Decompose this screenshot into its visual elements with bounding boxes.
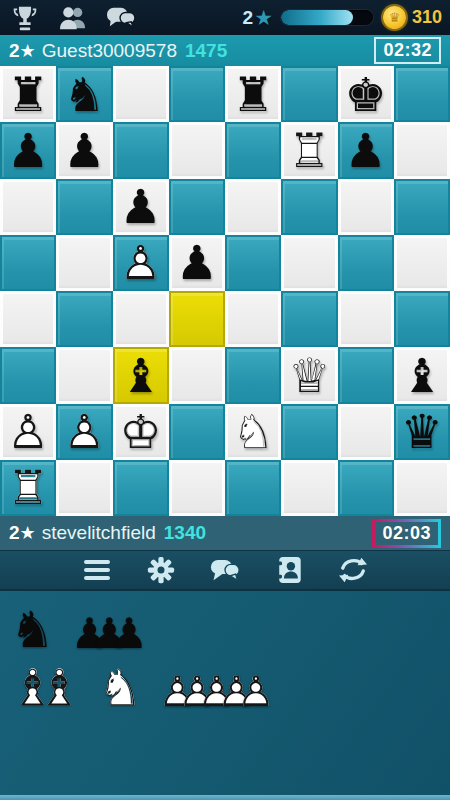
- square-g6[interactable]: [338, 179, 394, 235]
- status-bar: 2 ★ ♛ 310: [0, 0, 450, 35]
- black-queen: ♛: [401, 408, 443, 455]
- black-rook: ♜: [7, 71, 49, 118]
- captured-black-pieces: ♞♟♟♟: [10, 599, 440, 655]
- square-d2[interactable]: [169, 404, 225, 460]
- white-bishop: ♝♗: [37, 663, 82, 713]
- self-rating: 1340: [164, 522, 206, 544]
- black-bishop: ♝: [120, 352, 162, 399]
- square-e4[interactable]: [225, 291, 281, 347]
- square-g1[interactable]: [338, 460, 394, 516]
- square-a6[interactable]: [0, 179, 56, 235]
- square-h5[interactable]: [394, 235, 450, 291]
- square-h7[interactable]: [394, 122, 450, 178]
- square-a3[interactable]: [0, 347, 56, 403]
- square-h3[interactable]: ♝: [394, 347, 450, 403]
- square-f8[interactable]: [281, 66, 337, 122]
- square-b7[interactable]: ♟: [56, 122, 112, 178]
- captured-white-pieces: ♝♗♝♗♞♘♟♙♟♙♟♙♟♙♟♙: [10, 657, 440, 713]
- level-number: 2: [243, 7, 254, 29]
- captured-area: ♞♟♟♟ ♝♗♝♗♞♘♟♙♟♙♟♙♟♙♟♙: [0, 591, 450, 800]
- black-pawn: ♟: [63, 127, 105, 174]
- square-e7[interactable]: [225, 122, 281, 178]
- coin-crown-glyph: ♛: [389, 11, 401, 24]
- square-h2[interactable]: ♛: [394, 404, 450, 460]
- square-a5[interactable]: [0, 235, 56, 291]
- black-knight: ♞: [63, 71, 105, 118]
- chat-toolbar-icon[interactable]: [210, 556, 240, 584]
- bottom-strip: [0, 795, 450, 800]
- square-d1[interactable]: [169, 460, 225, 516]
- white-knight: ♞♘: [98, 663, 143, 713]
- white-pawn: ♟♙: [237, 671, 275, 713]
- square-c8[interactable]: [113, 66, 169, 122]
- square-g5[interactable]: [338, 235, 394, 291]
- opponent-level-star-icon: ★: [20, 40, 36, 62]
- square-b1[interactable]: [56, 460, 112, 516]
- square-e1[interactable]: [225, 460, 281, 516]
- black-king: ♚: [345, 71, 387, 118]
- status-right-group: 2 ★ ♛ 310: [243, 6, 442, 29]
- square-g7[interactable]: ♟: [338, 122, 394, 178]
- player-bar-opponent: 2 ★ Guest30009578 1475 02:32: [0, 35, 450, 66]
- black-pawn: ♟: [176, 239, 218, 286]
- white-queen: ♛♕: [288, 352, 330, 399]
- black-pawn: ♟: [345, 127, 387, 174]
- square-d7[interactable]: [169, 122, 225, 178]
- black-knight: ♞: [10, 605, 55, 655]
- square-c5[interactable]: ♟♙: [113, 235, 169, 291]
- opponent-rating: 1475: [185, 40, 227, 62]
- square-h8[interactable]: [394, 66, 450, 122]
- square-g4[interactable]: [338, 291, 394, 347]
- level-progress-bar: [281, 10, 373, 25]
- white-king: ♚♔: [120, 408, 162, 455]
- opponent-level: 2: [9, 40, 20, 62]
- square-f4[interactable]: [281, 291, 337, 347]
- menu-lines: [84, 560, 110, 580]
- square-e3[interactable]: [225, 347, 281, 403]
- white-pawn: ♟♙: [63, 408, 105, 455]
- level-star-icon: ★: [254, 7, 273, 28]
- square-f7[interactable]: ♜♖: [281, 122, 337, 178]
- menu-icon[interactable]: [82, 556, 112, 584]
- square-g2[interactable]: [338, 404, 394, 460]
- settings-icon[interactable]: [146, 556, 176, 584]
- opponent-name: Guest30009578: [42, 40, 177, 62]
- square-g8[interactable]: ♚: [338, 66, 394, 122]
- trophy-icon[interactable]: [8, 5, 42, 31]
- square-f3[interactable]: ♛♕: [281, 347, 337, 403]
- swap-icon[interactable]: [338, 556, 368, 584]
- self-clock: 02:03: [372, 519, 441, 548]
- black-pawn: ♟: [120, 183, 162, 230]
- square-a4[interactable]: [0, 291, 56, 347]
- square-b2[interactable]: ♟♙: [56, 404, 112, 460]
- square-f6[interactable]: [281, 179, 337, 235]
- square-a2[interactable]: ♟♙: [0, 404, 56, 460]
- square-g3[interactable]: [338, 347, 394, 403]
- white-knight: ♞♘: [232, 408, 274, 455]
- square-h6[interactable]: [394, 179, 450, 235]
- square-d4[interactable]: [169, 291, 225, 347]
- chess-app: 2 ★ ♛ 310 2 ★ Guest30009578 1475 02:32 ♜…: [0, 0, 450, 800]
- square-h1[interactable]: [394, 460, 450, 516]
- square-f2[interactable]: [281, 404, 337, 460]
- square-e5[interactable]: [225, 235, 281, 291]
- square-d5[interactable]: ♟: [169, 235, 225, 291]
- chess-board: ♜♞♜♚♟♟♜♖♟♟♟♙♟♝♛♕♝♟♙♟♙♚♔♞♘♛♜♖: [0, 66, 450, 516]
- square-e8[interactable]: ♜: [225, 66, 281, 122]
- contacts-icon[interactable]: [274, 556, 304, 584]
- square-b6[interactable]: [56, 179, 112, 235]
- white-pawn: ♟♙: [7, 408, 49, 455]
- square-c1[interactable]: [113, 460, 169, 516]
- square-c3[interactable]: ♝: [113, 347, 169, 403]
- coin-count[interactable]: 310: [412, 7, 442, 28]
- square-c6[interactable]: ♟: [113, 179, 169, 235]
- opponent-clock: 02:32: [374, 37, 441, 64]
- chat-icon[interactable]: [104, 5, 138, 31]
- square-a7[interactable]: ♟: [0, 122, 56, 178]
- black-rook: ♜: [232, 71, 274, 118]
- black-pawn: ♟: [7, 127, 49, 174]
- square-a1[interactable]: ♜♖: [0, 460, 56, 516]
- black-pawn: ♟: [110, 613, 148, 655]
- white-rook: ♜♖: [7, 464, 49, 511]
- level-progress-fill: [281, 10, 353, 25]
- square-f1[interactable]: [281, 460, 337, 516]
- square-a8[interactable]: ♜: [0, 66, 56, 122]
- players-icon[interactable]: [56, 5, 90, 31]
- black-bishop: ♝: [401, 352, 443, 399]
- game-toolbar: [0, 550, 450, 591]
- square-e6[interactable]: [225, 179, 281, 235]
- square-d8[interactable]: [169, 66, 225, 122]
- square-d3[interactable]: [169, 347, 225, 403]
- square-c7[interactable]: [113, 122, 169, 178]
- self-level-star-icon: ★: [20, 522, 36, 544]
- self-level: 2: [9, 522, 20, 544]
- square-b5[interactable]: [56, 235, 112, 291]
- square-b4[interactable]: [56, 291, 112, 347]
- square-e2[interactable]: ♞♘: [225, 404, 281, 460]
- square-c4[interactable]: [113, 291, 169, 347]
- white-pawn: ♟♙: [120, 239, 162, 286]
- square-b8[interactable]: ♞: [56, 66, 112, 122]
- coin-icon[interactable]: ♛: [383, 6, 406, 29]
- white-rook: ♜♖: [288, 127, 330, 174]
- player-bar-self: 2 ★ stevelitchfield 1340 02:03: [0, 516, 450, 550]
- square-d6[interactable]: [169, 179, 225, 235]
- square-h4[interactable]: [394, 291, 450, 347]
- square-c2[interactable]: ♚♔: [113, 404, 169, 460]
- square-f5[interactable]: [281, 235, 337, 291]
- self-name: stevelitchfield: [42, 522, 156, 544]
- square-b3[interactable]: [56, 347, 112, 403]
